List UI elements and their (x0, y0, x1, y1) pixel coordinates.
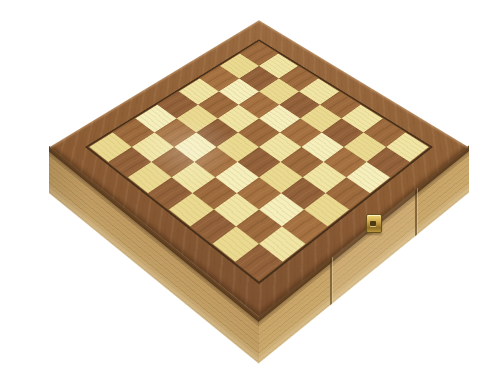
drawer-seam-right (415, 188, 417, 237)
brass-latch-icon (366, 214, 382, 233)
board-frame (50, 20, 469, 316)
drawer-seam-left (330, 257, 332, 306)
chess-box-photo (0, 0, 500, 380)
